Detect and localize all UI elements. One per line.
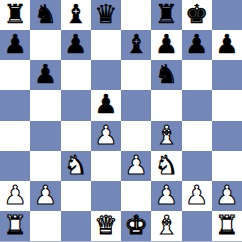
square-e4[interactable]	[121, 121, 151, 151]
square-g8[interactable]: ♚	[182, 0, 212, 30]
square-e5[interactable]	[121, 90, 151, 120]
square-b1[interactable]	[30, 211, 60, 241]
square-d1[interactable]: ♛	[91, 211, 121, 241]
square-c7[interactable]: ♟	[61, 30, 91, 60]
square-d3[interactable]	[91, 151, 121, 181]
square-f7[interactable]: ♟	[151, 30, 181, 60]
piece-black-pawn[interactable]: ♟	[3, 31, 26, 57]
square-b7[interactable]	[30, 30, 60, 60]
square-c2[interactable]	[61, 181, 91, 211]
piece-black-pawn[interactable]: ♟	[155, 31, 178, 57]
square-b4[interactable]	[30, 121, 60, 151]
piece-black-pawn[interactable]: ♟	[64, 31, 87, 57]
piece-white-pawn[interactable]: ♟	[94, 122, 117, 148]
piece-black-pawn[interactable]: ♟	[185, 31, 208, 57]
square-b3[interactable]	[30, 151, 60, 181]
square-a4[interactable]	[0, 121, 30, 151]
piece-black-bishop[interactable]: ♝	[64, 1, 87, 27]
square-h1[interactable]: ♜	[212, 211, 242, 241]
square-b8[interactable]: ♞	[30, 0, 60, 30]
square-a3[interactable]	[0, 151, 30, 181]
chess-board-wrap: ♜♞♝♛♜♚♟♟♝♟♟♟♟♞♟♟♝♞♟♞♟♟♟♟♟♜♛♚♝♜	[0, 0, 242, 242]
square-h4[interactable]	[212, 121, 242, 151]
square-d6[interactable]	[91, 60, 121, 90]
square-f8[interactable]: ♜	[151, 0, 181, 30]
piece-black-pawn[interactable]: ♟	[94, 91, 117, 117]
square-e2[interactable]	[121, 181, 151, 211]
square-e1[interactable]: ♚	[121, 211, 151, 241]
piece-black-rook[interactable]: ♜	[3, 1, 26, 27]
square-c8[interactable]: ♝	[61, 0, 91, 30]
piece-white-bishop[interactable]: ♝	[155, 212, 178, 238]
piece-white-knight[interactable]: ♞	[64, 152, 87, 178]
square-d4[interactable]: ♟	[91, 121, 121, 151]
square-g5[interactable]	[182, 90, 212, 120]
square-g1[interactable]	[182, 211, 212, 241]
square-c6[interactable]	[61, 60, 91, 90]
piece-black-pawn[interactable]: ♟	[34, 61, 57, 87]
piece-black-king[interactable]: ♚	[185, 1, 208, 27]
piece-white-pawn[interactable]: ♟	[3, 182, 26, 208]
square-b2[interactable]: ♟	[30, 181, 60, 211]
piece-white-pawn[interactable]: ♟	[34, 182, 57, 208]
square-a5[interactable]	[0, 90, 30, 120]
square-a8[interactable]: ♜	[0, 0, 30, 30]
square-f4[interactable]: ♝	[151, 121, 181, 151]
square-g2[interactable]: ♟	[182, 181, 212, 211]
square-h8[interactable]	[212, 0, 242, 30]
piece-black-bishop[interactable]: ♝	[124, 31, 147, 57]
square-c1[interactable]	[61, 211, 91, 241]
square-c3[interactable]: ♞	[61, 151, 91, 181]
piece-black-queen[interactable]: ♛	[94, 1, 117, 27]
square-e8[interactable]	[121, 0, 151, 30]
square-g7[interactable]: ♟	[182, 30, 212, 60]
square-h6[interactable]	[212, 60, 242, 90]
square-d2[interactable]	[91, 181, 121, 211]
square-c5[interactable]	[61, 90, 91, 120]
square-e6[interactable]	[121, 60, 151, 90]
piece-white-pawn[interactable]: ♟	[185, 182, 208, 208]
square-f6[interactable]: ♞	[151, 60, 181, 90]
chess-board: ♜♞♝♛♜♚♟♟♝♟♟♟♟♞♟♟♝♞♟♞♟♟♟♟♟♜♛♚♝♜	[0, 0, 242, 242]
piece-white-pawn[interactable]: ♟	[215, 182, 238, 208]
square-a7[interactable]: ♟	[0, 30, 30, 60]
square-d5[interactable]: ♟	[91, 90, 121, 120]
square-c4[interactable]	[61, 121, 91, 151]
square-h3[interactable]	[212, 151, 242, 181]
square-f3[interactable]: ♞	[151, 151, 181, 181]
piece-white-rook[interactable]: ♜	[3, 212, 26, 238]
square-a2[interactable]: ♟	[0, 181, 30, 211]
square-b5[interactable]	[30, 90, 60, 120]
square-a6[interactable]	[0, 60, 30, 90]
square-f1[interactable]: ♝	[151, 211, 181, 241]
piece-white-knight[interactable]: ♞	[155, 152, 178, 178]
square-h2[interactable]: ♟	[212, 181, 242, 211]
square-f2[interactable]: ♟	[151, 181, 181, 211]
piece-white-pawn[interactable]: ♟	[155, 182, 178, 208]
square-d7[interactable]	[91, 30, 121, 60]
square-g4[interactable]	[182, 121, 212, 151]
piece-black-pawn[interactable]: ♟	[215, 31, 238, 57]
piece-white-bishop[interactable]: ♝	[155, 122, 178, 148]
square-e7[interactable]: ♝	[121, 30, 151, 60]
square-f5[interactable]	[151, 90, 181, 120]
square-a1[interactable]: ♜	[0, 211, 30, 241]
piece-black-knight[interactable]: ♞	[34, 1, 57, 27]
square-e3[interactable]: ♟	[121, 151, 151, 181]
piece-white-pawn[interactable]: ♟	[124, 152, 147, 178]
piece-white-rook[interactable]: ♜	[215, 212, 238, 238]
piece-black-rook[interactable]: ♜	[155, 1, 178, 27]
piece-white-king[interactable]: ♚	[124, 212, 147, 238]
piece-white-queen[interactable]: ♛	[94, 212, 117, 238]
square-h7[interactable]: ♟	[212, 30, 242, 60]
square-d8[interactable]: ♛	[91, 0, 121, 30]
square-g3[interactable]	[182, 151, 212, 181]
square-b6[interactable]: ♟	[30, 60, 60, 90]
square-h5[interactable]	[212, 90, 242, 120]
piece-black-knight[interactable]: ♞	[155, 61, 178, 87]
square-g6[interactable]	[182, 60, 212, 90]
